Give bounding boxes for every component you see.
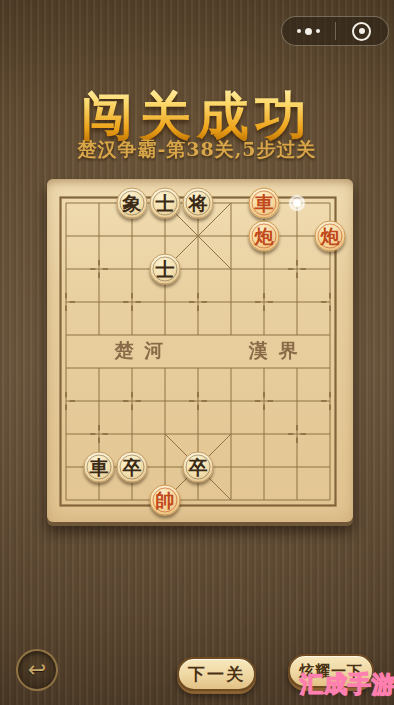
piece-black-pawn[interactable]: 卒 [117, 452, 148, 483]
piece-black-general[interactable]: 将 [183, 188, 214, 219]
more-dots-icon [297, 29, 301, 33]
more-dots-icon [305, 28, 312, 35]
next-level-button[interactable]: 下一关 [177, 657, 256, 691]
piece-black-elephant[interactable]: 象 [117, 188, 148, 219]
more-dots-icon [316, 29, 320, 33]
wechat-capsule [281, 16, 389, 46]
piece-black-advisor[interactable]: 士 [150, 254, 181, 285]
minimize-button[interactable] [336, 17, 389, 45]
target-circle-icon [352, 22, 371, 41]
return-arrow-icon: ↩ [28, 657, 46, 682]
app-screen: 闯关成功 楚汉争霸-第38关,5步过关 楚河 漢界 象士将車炮炮士車卒卒帥 ↩ … [0, 0, 394, 705]
piece-black-pawn[interactable]: 卒 [183, 452, 214, 483]
piece-red-general[interactable]: 帥 [150, 485, 181, 516]
pieces-layer: 象士将車炮炮士車卒卒帥 [47, 179, 353, 522]
last-move-marker [288, 194, 306, 212]
level-subtitle: 楚汉争霸-第38关,5步过关 [0, 137, 394, 163]
watermark: 汇成手游 [300, 669, 394, 700]
piece-red-cannon[interactable]: 炮 [249, 221, 280, 252]
more-menu-button[interactable] [282, 17, 335, 45]
piece-black-chariot[interactable]: 車 [84, 452, 115, 483]
piece-red-chariot[interactable]: 車 [249, 188, 280, 219]
piece-black-advisor[interactable]: 士 [150, 188, 181, 219]
back-replay-button[interactable]: ↩ [16, 649, 58, 691]
piece-red-cannon[interactable]: 炮 [315, 221, 346, 252]
xiangqi-board[interactable]: 楚河 漢界 象士将車炮炮士車卒卒帥 [47, 179, 353, 522]
